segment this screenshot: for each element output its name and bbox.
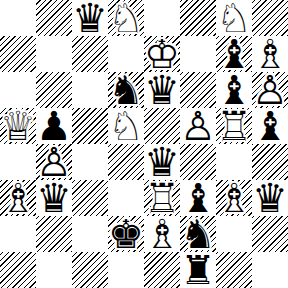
piece-fill-layer: ♛ bbox=[36, 180, 72, 216]
square-d1[interactable] bbox=[108, 252, 144, 288]
square-b5[interactable]: ♟♟ bbox=[36, 108, 72, 144]
piece-line-layer: ♔ bbox=[144, 36, 180, 72]
square-h8[interactable] bbox=[252, 0, 288, 36]
square-f4[interactable] bbox=[180, 144, 216, 180]
piece-fill-layer: ♛ bbox=[252, 180, 288, 216]
square-c6[interactable] bbox=[72, 72, 108, 108]
piece-fill-layer: ♝ bbox=[144, 216, 180, 252]
square-g1[interactable] bbox=[216, 252, 252, 288]
square-h6[interactable]: ♟♙ bbox=[252, 72, 288, 108]
square-b3[interactable]: ♛♛ bbox=[36, 180, 72, 216]
square-h5[interactable]: ♝♝ bbox=[252, 108, 288, 144]
piece-line-layer: ♘ bbox=[108, 0, 144, 36]
piece-line-layer: ♞ bbox=[108, 72, 144, 108]
white-pawn-b4: ♟♙ bbox=[36, 144, 72, 180]
square-h1[interactable] bbox=[252, 252, 288, 288]
piece-line-layer: ♚ bbox=[108, 216, 144, 252]
piece-line-layer: ♟ bbox=[36, 108, 72, 144]
piece-line-layer: ♙ bbox=[252, 72, 288, 108]
square-e3[interactable]: ♜♖ bbox=[144, 180, 180, 216]
square-g3[interactable]: ♝♗ bbox=[216, 180, 252, 216]
square-c8[interactable]: ♛♛ bbox=[72, 0, 108, 36]
square-a8[interactable] bbox=[0, 0, 36, 36]
piece-line-layer: ♘ bbox=[216, 0, 252, 36]
piece-line-layer: ♗ bbox=[252, 36, 288, 72]
white-pawn-h6: ♟♙ bbox=[252, 72, 288, 108]
piece-fill-layer: ♞ bbox=[216, 0, 252, 36]
square-c1[interactable] bbox=[72, 252, 108, 288]
white-knight-d8: ♞♘ bbox=[108, 0, 144, 36]
square-h4[interactable] bbox=[252, 144, 288, 180]
white-rook-g5: ♜♖ bbox=[216, 108, 252, 144]
black-knight-d6: ♞♞ bbox=[108, 72, 144, 108]
piece-fill-layer: ♟ bbox=[36, 144, 72, 180]
white-pawn-f5: ♟♙ bbox=[180, 108, 216, 144]
white-knight-g8: ♞♘ bbox=[216, 0, 252, 36]
square-c4[interactable] bbox=[72, 144, 108, 180]
piece-line-layer: ♗ bbox=[144, 216, 180, 252]
piece-fill-layer: ♚ bbox=[144, 36, 180, 72]
piece-fill-layer: ♛ bbox=[72, 0, 108, 36]
piece-line-layer: ♗ bbox=[0, 180, 36, 216]
square-b7[interactable] bbox=[36, 36, 72, 72]
piece-fill-layer: ♝ bbox=[216, 72, 252, 108]
square-e4[interactable]: ♛♛ bbox=[144, 144, 180, 180]
piece-fill-layer: ♝ bbox=[216, 36, 252, 72]
piece-fill-layer: ♟ bbox=[180, 108, 216, 144]
square-b1[interactable] bbox=[36, 252, 72, 288]
square-d4[interactable] bbox=[108, 144, 144, 180]
black-rook-f1: ♜♜ bbox=[180, 252, 216, 288]
square-c7[interactable] bbox=[72, 36, 108, 72]
square-g5[interactable]: ♜♖ bbox=[216, 108, 252, 144]
black-queen-e4: ♛♛ bbox=[144, 144, 180, 180]
square-f1[interactable]: ♜♜ bbox=[180, 252, 216, 288]
square-d8[interactable]: ♞♘ bbox=[108, 0, 144, 36]
black-queen-h3: ♛♛ bbox=[252, 180, 288, 216]
piece-fill-layer: ♞ bbox=[108, 108, 144, 144]
square-e8[interactable] bbox=[144, 0, 180, 36]
piece-fill-layer: ♜ bbox=[216, 108, 252, 144]
piece-fill-layer: ♝ bbox=[0, 180, 36, 216]
piece-fill-layer: ♝ bbox=[252, 36, 288, 72]
square-g2[interactable] bbox=[216, 216, 252, 252]
black-bishop-g6: ♝♝ bbox=[216, 72, 252, 108]
square-a4[interactable] bbox=[0, 144, 36, 180]
black-queen-c8: ♛♛ bbox=[72, 0, 108, 36]
piece-fill-layer: ♛ bbox=[144, 144, 180, 180]
piece-line-layer: ♘ bbox=[108, 108, 144, 144]
square-a6[interactable] bbox=[0, 72, 36, 108]
square-c5[interactable] bbox=[72, 108, 108, 144]
piece-line-layer: ♛ bbox=[72, 0, 108, 36]
square-f8[interactable] bbox=[180, 0, 216, 36]
white-bishop-h7: ♝♗ bbox=[252, 36, 288, 72]
piece-line-layer: ♝ bbox=[216, 36, 252, 72]
square-b8[interactable] bbox=[36, 0, 72, 36]
piece-line-layer: ♝ bbox=[180, 180, 216, 216]
piece-fill-layer: ♞ bbox=[108, 0, 144, 36]
square-g6[interactable]: ♝♝ bbox=[216, 72, 252, 108]
piece-fill-layer: ♞ bbox=[180, 216, 216, 252]
piece-line-layer: ♛ bbox=[36, 180, 72, 216]
white-king-e7: ♚♔ bbox=[144, 36, 180, 72]
square-d3[interactable] bbox=[108, 180, 144, 216]
piece-fill-layer: ♜ bbox=[180, 252, 216, 288]
piece-fill-layer: ♝ bbox=[180, 180, 216, 216]
square-a2[interactable] bbox=[0, 216, 36, 252]
square-b2[interactable] bbox=[36, 216, 72, 252]
piece-line-layer: ♝ bbox=[216, 72, 252, 108]
square-f7[interactable] bbox=[180, 36, 216, 72]
black-queen-e6: ♛♛ bbox=[144, 72, 180, 108]
square-e6[interactable]: ♛♛ bbox=[144, 72, 180, 108]
piece-fill-layer: ♜ bbox=[144, 180, 180, 216]
square-e5[interactable] bbox=[144, 108, 180, 144]
piece-line-layer: ♜ bbox=[180, 252, 216, 288]
white-rook-e3: ♜♖ bbox=[144, 180, 180, 216]
black-pawn-b5: ♟♟ bbox=[36, 108, 72, 144]
piece-line-layer: ♛ bbox=[144, 144, 180, 180]
square-f2[interactable]: ♞♞ bbox=[180, 216, 216, 252]
piece-line-layer: ♙ bbox=[180, 108, 216, 144]
square-a3[interactable]: ♝♗ bbox=[0, 180, 36, 216]
square-g7[interactable]: ♝♝ bbox=[216, 36, 252, 72]
white-bishop-a3: ♝♗ bbox=[0, 180, 36, 216]
piece-fill-layer: ♚ bbox=[108, 216, 144, 252]
piece-line-layer: ♗ bbox=[216, 180, 252, 216]
piece-fill-layer: ♛ bbox=[144, 72, 180, 108]
square-b4[interactable]: ♟♙ bbox=[36, 144, 72, 180]
piece-line-layer: ♛ bbox=[144, 72, 180, 108]
piece-line-layer: ♛ bbox=[252, 180, 288, 216]
piece-line-layer: ♕ bbox=[0, 108, 36, 144]
piece-fill-layer: ♝ bbox=[216, 180, 252, 216]
piece-line-layer: ♝ bbox=[252, 108, 288, 144]
piece-fill-layer: ♟ bbox=[36, 108, 72, 144]
square-c2[interactable] bbox=[72, 216, 108, 252]
white-queen-a5: ♛♕ bbox=[0, 108, 36, 144]
square-g4[interactable] bbox=[216, 144, 252, 180]
piece-fill-layer: ♛ bbox=[0, 108, 36, 144]
square-f5[interactable]: ♟♙ bbox=[180, 108, 216, 144]
square-h2[interactable] bbox=[252, 216, 288, 252]
black-king-d2: ♚♚ bbox=[108, 216, 144, 252]
chess-diagram: ♛♛♞♘♞♘♚♔♝♝♝♗♞♞♛♛♝♝♟♙♛♕♟♟♞♘♟♙♜♖♝♝♟♙♛♛♝♗♛♛… bbox=[0, 0, 288, 288]
piece-fill-layer: ♞ bbox=[108, 72, 144, 108]
square-d5[interactable]: ♞♘ bbox=[108, 108, 144, 144]
square-a5[interactable]: ♛♕ bbox=[0, 108, 36, 144]
square-e1[interactable] bbox=[144, 252, 180, 288]
piece-line-layer: ♖ bbox=[144, 180, 180, 216]
black-queen-b3: ♛♛ bbox=[36, 180, 72, 216]
piece-line-layer: ♞ bbox=[180, 216, 216, 252]
piece-fill-layer: ♟ bbox=[252, 72, 288, 108]
white-knight-d5: ♞♘ bbox=[108, 108, 144, 144]
black-knight-f2: ♞♞ bbox=[180, 216, 216, 252]
square-b6[interactable] bbox=[36, 72, 72, 108]
square-d6[interactable]: ♞♞ bbox=[108, 72, 144, 108]
white-bishop-e2: ♝♗ bbox=[144, 216, 180, 252]
chess-board: ♛♛♞♘♞♘♚♔♝♝♝♗♞♞♛♛♝♝♟♙♛♕♟♟♞♘♟♙♜♖♝♝♟♙♛♛♝♗♛♛… bbox=[0, 0, 288, 288]
square-e2[interactable]: ♝♗ bbox=[144, 216, 180, 252]
square-f3[interactable]: ♝♝ bbox=[180, 180, 216, 216]
square-a7[interactable] bbox=[0, 36, 36, 72]
black-bishop-g7: ♝♝ bbox=[216, 36, 252, 72]
square-h7[interactable]: ♝♗ bbox=[252, 36, 288, 72]
piece-fill-layer: ♝ bbox=[252, 108, 288, 144]
square-c3[interactable] bbox=[72, 180, 108, 216]
square-d2[interactable]: ♚♚ bbox=[108, 216, 144, 252]
square-g8[interactable]: ♞♘ bbox=[216, 0, 252, 36]
white-bishop-g3: ♝♗ bbox=[216, 180, 252, 216]
square-d7[interactable] bbox=[108, 36, 144, 72]
square-h3[interactable]: ♛♛ bbox=[252, 180, 288, 216]
piece-line-layer: ♖ bbox=[216, 108, 252, 144]
square-f6[interactable] bbox=[180, 72, 216, 108]
black-bishop-f3: ♝♝ bbox=[180, 180, 216, 216]
black-bishop-h5: ♝♝ bbox=[252, 108, 288, 144]
square-a1[interactable] bbox=[0, 252, 36, 288]
piece-line-layer: ♙ bbox=[36, 144, 72, 180]
square-e7[interactable]: ♚♔ bbox=[144, 36, 180, 72]
